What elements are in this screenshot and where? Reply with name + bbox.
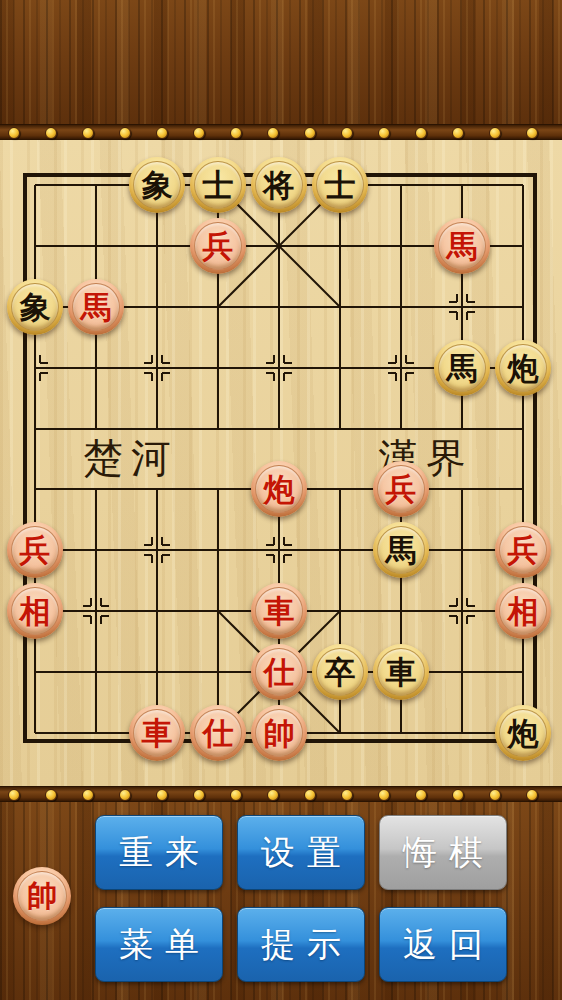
back-button[interactable]: 返回 <box>379 907 507 982</box>
game-screen: 楚河 漢界 象士将士兵馬象馬馬炮炮兵兵馬兵相車相仕卒車車仕帥炮 帥 重来设置悔棋… <box>0 0 562 1000</box>
nail-stud-icon <box>489 127 501 139</box>
nail-stud-icon <box>230 127 242 139</box>
undo-button[interactable]: 悔棋 <box>379 815 507 890</box>
piece-character: 馬 <box>434 340 490 396</box>
black-horse[interactable]: 馬 <box>434 340 490 396</box>
nail-stud-icon <box>341 127 353 139</box>
red-general[interactable]: 帥 <box>251 705 307 761</box>
red-cannon[interactable]: 炮 <box>251 461 307 517</box>
stud-strip-bottom <box>0 786 562 802</box>
piece-character: 相 <box>495 583 551 639</box>
red-soldier[interactable]: 兵 <box>495 522 551 578</box>
piece-character: 帥 <box>251 705 307 761</box>
nail-stud-icon <box>119 789 131 801</box>
red-elephant[interactable]: 相 <box>7 583 63 639</box>
black-horse[interactable]: 馬 <box>373 522 429 578</box>
nail-stud-icon <box>8 789 20 801</box>
piece-character: 仕 <box>251 644 307 700</box>
piece-character: 兵 <box>373 461 429 517</box>
piece-character: 士 <box>190 157 246 213</box>
piece-character: 車 <box>129 705 185 761</box>
piece-character: 仕 <box>190 705 246 761</box>
button-grid: 重来设置悔棋菜单提示返回 <box>95 815 507 982</box>
nail-stud-icon <box>156 789 168 801</box>
turn-indicator-piece: 帥 <box>13 867 71 925</box>
piece-character: 兵 <box>7 522 63 578</box>
stud-strip-top <box>0 124 562 140</box>
nail-stud-icon <box>489 789 501 801</box>
piece-character: 炮 <box>495 340 551 396</box>
river-label-left: 楚河 <box>83 431 179 486</box>
black-elephant[interactable]: 象 <box>7 279 63 335</box>
piece-character: 馬 <box>434 218 490 274</box>
red-chariot[interactable]: 車 <box>251 583 307 639</box>
piece-character: 車 <box>251 583 307 639</box>
red-advisor[interactable]: 仕 <box>251 644 307 700</box>
black-general[interactable]: 将 <box>251 157 307 213</box>
nail-stud-icon <box>304 789 316 801</box>
nail-stud-icon <box>526 789 538 801</box>
nail-stud-icon <box>45 127 57 139</box>
nail-stud-icon <box>119 127 131 139</box>
red-soldier[interactable]: 兵 <box>7 522 63 578</box>
piece-character: 兵 <box>190 218 246 274</box>
red-soldier[interactable]: 兵 <box>373 461 429 517</box>
piece-character: 馬 <box>373 522 429 578</box>
nail-stud-icon <box>452 127 464 139</box>
piece-character: 相 <box>7 583 63 639</box>
nail-stud-icon <box>415 127 427 139</box>
black-soldier[interactable]: 卒 <box>312 644 368 700</box>
piece-character: 象 <box>7 279 63 335</box>
piece-character: 炮 <box>251 461 307 517</box>
nail-stud-icon <box>304 127 316 139</box>
hint-button[interactable]: 提示 <box>237 907 365 982</box>
nail-stud-icon <box>82 789 94 801</box>
nail-stud-icon <box>452 789 464 801</box>
nail-stud-icon <box>8 127 20 139</box>
piece-character: 卒 <box>312 644 368 700</box>
red-chariot[interactable]: 車 <box>129 705 185 761</box>
nail-stud-icon <box>415 789 427 801</box>
piece-character: 将 <box>251 157 307 213</box>
piece-character: 車 <box>373 644 429 700</box>
nail-stud-icon <box>45 789 57 801</box>
nail-stud-icon <box>82 127 94 139</box>
piece-character: 象 <box>129 157 185 213</box>
nail-stud-icon <box>230 789 242 801</box>
red-horse[interactable]: 馬 <box>434 218 490 274</box>
black-advisor[interactable]: 士 <box>190 157 246 213</box>
settings-button[interactable]: 设置 <box>237 815 365 890</box>
black-advisor[interactable]: 士 <box>312 157 368 213</box>
black-cannon[interactable]: 炮 <box>495 340 551 396</box>
black-elephant[interactable]: 象 <box>129 157 185 213</box>
nail-stud-icon <box>341 789 353 801</box>
nail-stud-icon <box>193 789 205 801</box>
red-advisor[interactable]: 仕 <box>190 705 246 761</box>
piece-character: 士 <box>312 157 368 213</box>
nail-stud-icon <box>267 127 279 139</box>
nail-stud-icon <box>378 789 390 801</box>
nail-stud-icon <box>156 127 168 139</box>
turn-indicator-char: 帥 <box>13 867 71 925</box>
nail-stud-icon <box>193 127 205 139</box>
red-horse[interactable]: 馬 <box>68 279 124 335</box>
red-soldier[interactable]: 兵 <box>190 218 246 274</box>
piece-character: 兵 <box>495 522 551 578</box>
black-cannon[interactable]: 炮 <box>495 705 551 761</box>
menu-button[interactable]: 菜单 <box>95 907 223 982</box>
restart-button[interactable]: 重来 <box>95 815 223 890</box>
black-chariot[interactable]: 車 <box>373 644 429 700</box>
nail-stud-icon <box>526 127 538 139</box>
piece-character: 馬 <box>68 279 124 335</box>
nail-stud-icon <box>267 789 279 801</box>
nail-stud-icon <box>378 127 390 139</box>
red-elephant[interactable]: 相 <box>495 583 551 639</box>
piece-character: 炮 <box>495 705 551 761</box>
